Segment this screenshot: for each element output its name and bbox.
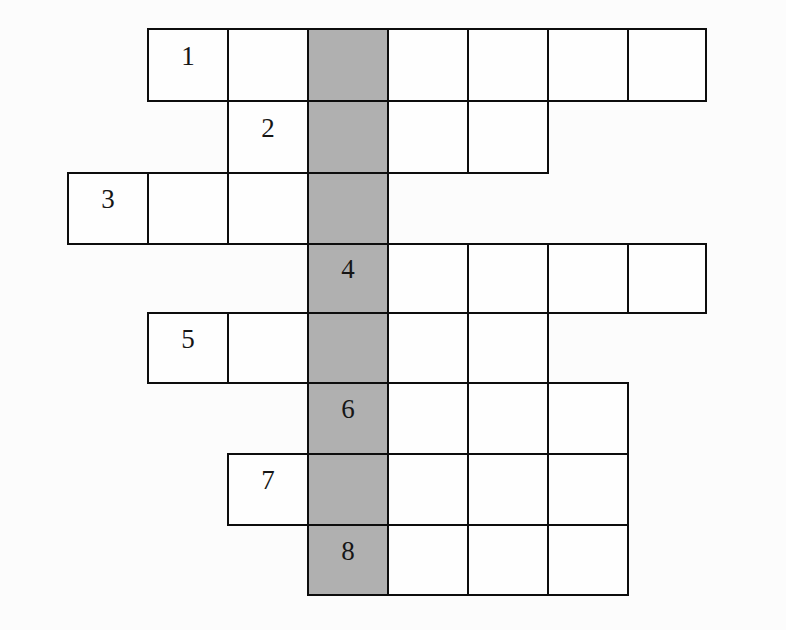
answer-cell-r7c3[interactable]: 7	[227, 453, 309, 526]
answer-cell-r1c2[interactable]: 1	[147, 28, 229, 102]
keyword-cell-r3c4[interactable]	[307, 172, 389, 245]
answer-cell-r1c8[interactable]	[627, 28, 707, 102]
clue-number: 4	[341, 256, 355, 283]
clue-number: 5	[181, 326, 195, 353]
answer-cell-r7c6[interactable]	[467, 453, 549, 526]
clue-number: 2	[261, 115, 275, 142]
answer-cell-r7c7[interactable]	[547, 453, 629, 526]
answer-cell-r8c5[interactable]	[387, 524, 469, 596]
answer-cell-r1c6[interactable]	[467, 28, 549, 102]
answer-cell-r4c7[interactable]	[547, 243, 629, 314]
clue-number: 8	[341, 538, 355, 565]
answer-cell-r6c5[interactable]	[387, 382, 469, 455]
answer-cell-r6c7[interactable]	[547, 382, 629, 455]
answer-cell-r3c1[interactable]: 3	[67, 172, 149, 245]
clue-number: 7	[261, 467, 275, 494]
clue-number: 3	[101, 186, 115, 213]
crossword-grid: 12345678	[0, 0, 786, 630]
answer-cell-r6c6[interactable]	[467, 382, 549, 455]
answer-cell-r4c5[interactable]	[387, 243, 469, 314]
keyword-cell-r6c4[interactable]: 6	[307, 382, 389, 455]
answer-cell-r4c6[interactable]	[467, 243, 549, 314]
answer-cell-r2c5[interactable]	[387, 100, 469, 174]
answer-cell-r5c3[interactable]	[227, 312, 309, 384]
answer-cell-r1c7[interactable]	[547, 28, 629, 102]
clue-number: 6	[341, 396, 355, 423]
answer-cell-r5c6[interactable]	[467, 312, 549, 384]
keyword-cell-r8c4[interactable]: 8	[307, 524, 389, 596]
keyword-cell-r5c4[interactable]	[307, 312, 389, 384]
keyword-cell-r2c4[interactable]	[307, 100, 389, 174]
answer-cell-r5c5[interactable]	[387, 312, 469, 384]
clue-number: 1	[181, 43, 195, 70]
answer-cell-r1c5[interactable]	[387, 28, 469, 102]
keyword-cell-r4c4[interactable]: 4	[307, 243, 389, 314]
answer-cell-r4c8[interactable]	[627, 243, 707, 314]
keyword-cell-r1c4[interactable]	[307, 28, 389, 102]
answer-cell-r3c3[interactable]	[227, 172, 309, 245]
answer-cell-r8c7[interactable]	[547, 524, 629, 596]
answer-cell-r2c6[interactable]	[467, 100, 549, 174]
keyword-cell-r7c4[interactable]	[307, 453, 389, 526]
answer-cell-r1c3[interactable]	[227, 28, 309, 102]
answer-cell-r8c6[interactable]	[467, 524, 549, 596]
answer-cell-r3c2[interactable]	[147, 172, 229, 245]
answer-cell-r2c3[interactable]: 2	[227, 100, 309, 174]
page-background: 12345678	[0, 0, 786, 630]
answer-cell-r5c2[interactable]: 5	[147, 312, 229, 384]
answer-cell-r7c5[interactable]	[387, 453, 469, 526]
